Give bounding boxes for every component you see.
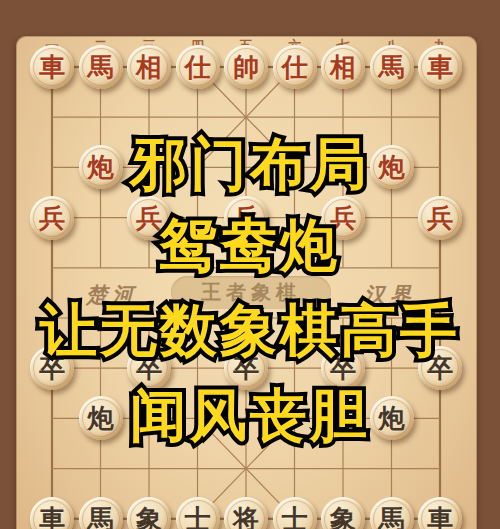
piece-red-cannon[interactable]: 炮 [370,145,414,189]
piece-black-soldier[interactable]: 卒 [30,346,74,390]
piece-red-horse[interactable]: 馬 [79,45,123,89]
watermark-badge: 王者象棋 [171,276,331,309]
piece-red-advisor[interactable]: 仕 [273,45,317,89]
watermark-text: 王者象棋 [201,279,301,306]
piece-red-soldier[interactable]: 兵 [30,196,74,240]
page-background: { "game": "xiangqi", "board_size": "9x10… [0,0,500,529]
piece-red-soldier[interactable]: 兵 [321,196,365,240]
piece-black-cannon[interactable]: 炮 [370,396,414,440]
piece-black-soldier[interactable]: 卒 [224,346,268,390]
piece-red-horse[interactable]: 馬 [370,45,414,89]
piece-red-cannon[interactable]: 炮 [79,145,123,189]
piece-black-cannon[interactable]: 炮 [79,396,123,440]
piece-red-soldier[interactable]: 兵 [224,196,268,240]
piece-red-elephant[interactable]: 相 [127,45,171,89]
piece-red-general[interactable]: 帥 [224,45,268,89]
river-left-text: 楚河 [86,281,138,309]
piece-red-soldier[interactable]: 兵 [418,196,462,240]
river-right-text: 汉界 [364,281,416,309]
piece-red-soldier[interactable]: 兵 [127,196,171,240]
piece-black-soldier[interactable]: 卒 [418,346,462,390]
piece-red-chariot[interactable]: 車 [418,45,462,89]
piece-red-elephant[interactable]: 相 [321,45,365,89]
piece-red-chariot[interactable]: 車 [30,45,74,89]
piece-black-soldier[interactable]: 卒 [321,346,365,390]
piece-black-soldier[interactable]: 卒 [127,346,171,390]
piece-red-advisor[interactable]: 仕 [176,45,220,89]
xiangqi-board: 一二三四五六七八九 楚河 汉界 王者象棋 車馬相仕帥仕相馬車炮炮兵兵兵兵兵卒卒卒… [16,36,477,529]
